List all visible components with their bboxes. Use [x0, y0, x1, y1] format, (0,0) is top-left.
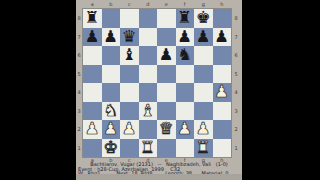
piece-black-bishop: ♝	[120, 46, 139, 65]
square-g2: ♟	[194, 120, 213, 139]
square-a2: ♟	[83, 120, 102, 139]
square-d1: ♜	[139, 139, 158, 158]
rank-label-7: 7	[76, 28, 82, 47]
square-a6	[83, 46, 102, 65]
piece-black-pawn: ♟	[83, 28, 102, 47]
rank-label-2: 2	[233, 120, 239, 139]
square-a1	[83, 139, 102, 158]
square-c7: ♛	[120, 28, 139, 47]
piece-black-pawn: ♟	[194, 28, 213, 47]
square-b7: ♟	[102, 28, 121, 47]
rank-label-3: 3	[233, 102, 239, 121]
square-g6	[194, 46, 213, 65]
piece-white-queen: ♛	[157, 120, 176, 139]
square-a7: ♟	[83, 28, 102, 47]
square-a8: ♜	[83, 9, 102, 28]
square-a5	[83, 65, 102, 84]
square-d6	[139, 46, 158, 65]
square-f1	[176, 139, 195, 158]
piece-black-queen: ♛	[120, 28, 139, 47]
piece-black-pawn: ♟	[157, 46, 176, 65]
piece-white-rook: ♜	[194, 139, 213, 158]
square-e3	[157, 102, 176, 121]
square-c8	[120, 9, 139, 28]
rank-label-4: 4	[233, 83, 239, 102]
square-f3	[176, 102, 195, 121]
square-h7: ♟	[213, 28, 232, 47]
rank-label-6: 6	[76, 46, 82, 65]
square-c6: ♝	[120, 46, 139, 65]
rank-label-1: 1	[233, 139, 239, 158]
rank-label-6: 6	[233, 46, 239, 65]
square-a4	[83, 83, 102, 102]
square-h5	[213, 65, 232, 84]
piece-white-pawn: ♟	[120, 120, 139, 139]
rank-label-4: 4	[76, 83, 82, 102]
file-labels-top: abcdefgh	[83, 1, 231, 8]
square-f7: ♟	[176, 28, 195, 47]
square-d8	[139, 9, 158, 28]
square-e4	[157, 83, 176, 102]
square-c2: ♟	[120, 120, 139, 139]
piece-black-pawn: ♟	[102, 28, 121, 47]
square-g4	[194, 83, 213, 102]
rank-labels-right: 87654321	[233, 9, 239, 157]
board-panel: abcdefgh 87654321 ♜♜♚♟♟♛♟♟♟♝♟♞♟♞♝♟♟♟♛♟♟♚…	[76, 0, 242, 180]
bottom-strip	[76, 174, 242, 180]
piece-white-pawn: ♟	[213, 83, 232, 102]
rank-labels-left: 87654321	[76, 9, 82, 157]
square-h3	[213, 102, 232, 121]
square-f4	[176, 83, 195, 102]
square-e7	[157, 28, 176, 47]
square-d4	[139, 83, 158, 102]
piece-white-bishop: ♝	[139, 102, 158, 121]
square-f2: ♟	[176, 120, 195, 139]
square-e6: ♟	[157, 46, 176, 65]
piece-white-pawn: ♟	[102, 120, 121, 139]
square-c3	[120, 102, 139, 121]
square-b2: ♟	[102, 120, 121, 139]
square-f8: ♜	[176, 9, 195, 28]
rank-label-8: 8	[76, 9, 82, 28]
square-e5	[157, 65, 176, 84]
square-f6: ♞	[176, 46, 195, 65]
square-h2	[213, 120, 232, 139]
rank-label-7: 7	[233, 28, 239, 47]
square-h4: ♟	[213, 83, 232, 102]
piece-white-pawn: ♟	[194, 120, 213, 139]
square-e1	[157, 139, 176, 158]
square-b4	[102, 83, 121, 102]
square-c5	[120, 65, 139, 84]
square-c4	[120, 83, 139, 102]
square-g3	[194, 102, 213, 121]
file-label-d: d	[139, 1, 158, 8]
square-b3: ♞	[102, 102, 121, 121]
square-f5	[176, 65, 195, 84]
rank-label-1: 1	[76, 139, 82, 158]
square-d5	[139, 65, 158, 84]
file-label-g: g	[194, 1, 213, 8]
square-e8	[157, 9, 176, 28]
rank-label-5: 5	[233, 65, 239, 84]
file-label-c: c	[120, 1, 139, 8]
piece-black-knight: ♞	[176, 46, 195, 65]
square-b1: ♚	[102, 139, 121, 158]
square-c1	[120, 139, 139, 158]
file-label-e: e	[157, 1, 176, 8]
piece-white-knight: ♞	[102, 102, 121, 121]
square-g8: ♚	[194, 9, 213, 28]
square-h8	[213, 9, 232, 28]
square-d2	[139, 120, 158, 139]
square-g5	[194, 65, 213, 84]
piece-black-rook: ♜	[176, 9, 195, 28]
piece-white-king: ♚	[102, 139, 121, 158]
square-b5	[102, 65, 121, 84]
square-h6	[213, 46, 232, 65]
rank-label-3: 3	[76, 102, 82, 121]
piece-black-pawn: ♟	[176, 28, 195, 47]
square-g1: ♜	[194, 139, 213, 158]
piece-black-rook: ♜	[83, 9, 102, 28]
square-d3: ♝	[139, 102, 158, 121]
piece-black-pawn: ♟	[213, 28, 232, 47]
file-label-b: b	[102, 1, 121, 8]
board: ♜♜♚♟♟♛♟♟♟♝♟♞♟♞♝♟♟♟♛♟♟♚♜♜	[83, 9, 231, 157]
piece-white-pawn: ♟	[83, 120, 102, 139]
file-label-f: f	[176, 1, 195, 8]
rank-label-8: 8	[233, 9, 239, 28]
piece-white-rook: ♜	[139, 139, 158, 158]
file-label-a: a	[83, 1, 102, 8]
rank-label-2: 2	[76, 120, 82, 139]
square-b6	[102, 46, 121, 65]
piece-white-pawn: ♟	[176, 120, 195, 139]
square-a3	[83, 102, 102, 121]
rank-label-5: 5	[76, 65, 82, 84]
square-g7: ♟	[194, 28, 213, 47]
square-d7	[139, 28, 158, 47]
square-h1	[213, 139, 232, 158]
square-b8	[102, 9, 121, 28]
square-e2: ♛	[157, 120, 176, 139]
file-label-h: h	[213, 1, 232, 8]
piece-black-king: ♚	[194, 9, 213, 28]
